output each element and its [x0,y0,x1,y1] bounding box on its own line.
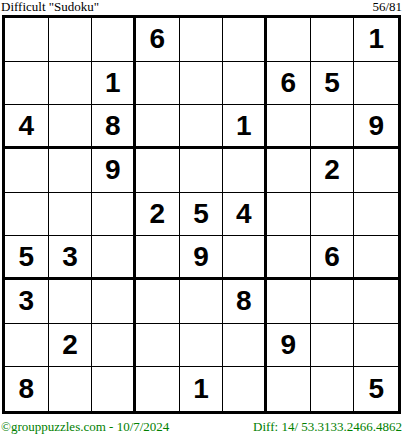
cell-r4c2[interactable] [49,149,93,193]
cell-r8c1[interactable] [5,324,49,368]
cell-r6c6[interactable] [223,236,267,280]
empty-cell-counter: 56/81 [372,0,402,14]
cell-r2c9[interactable] [354,62,398,106]
cell-r8c3[interactable] [92,324,136,368]
cell-r9c9[interactable]: 5 [354,367,398,411]
cell-r7c4[interactable] [136,280,180,324]
cell-r4c7[interactable] [267,149,311,193]
cell-r1c6[interactable] [223,18,267,62]
cell-r2c3[interactable]: 1 [92,62,136,106]
cell-r6c5[interactable]: 9 [180,236,224,280]
cell-r2c8[interactable]: 5 [311,62,355,106]
cell-r9c4[interactable] [136,367,180,411]
cell-r7c3[interactable] [92,280,136,324]
cell-r3c3[interactable]: 8 [92,105,136,149]
cell-r7c8[interactable] [311,280,355,324]
cell-r2c2[interactable] [49,62,93,106]
cell-r9c3[interactable] [92,367,136,411]
cell-r3c2[interactable] [49,105,93,149]
cell-r7c6[interactable]: 8 [223,280,267,324]
cell-r8c2[interactable]: 2 [49,324,93,368]
cell-r1c3[interactable] [92,18,136,62]
cell-r7c7[interactable] [267,280,311,324]
cell-r1c7[interactable] [267,18,311,62]
cell-r5c9[interactable] [354,193,398,237]
cell-r6c4[interactable] [136,236,180,280]
cell-r6c1[interactable]: 5 [5,236,49,280]
cell-r2c6[interactable] [223,62,267,106]
cell-r5c7[interactable] [267,193,311,237]
cell-r8c9[interactable] [354,324,398,368]
cell-r5c3[interactable] [92,193,136,237]
cell-r9c7[interactable] [267,367,311,411]
cell-r1c2[interactable] [49,18,93,62]
sudoku-page: Difficult "Sudoku" 56/81 611654819922545… [0,0,403,437]
cell-r4c9[interactable] [354,149,398,193]
cell-r6c8[interactable]: 6 [311,236,355,280]
cell-r6c7[interactable] [267,236,311,280]
cell-r4c1[interactable] [5,149,49,193]
cell-r3c6[interactable]: 1 [223,105,267,149]
cell-r5c6[interactable]: 4 [223,193,267,237]
cell-r2c5[interactable] [180,62,224,106]
cell-r1c8[interactable] [311,18,355,62]
cell-r3c7[interactable] [267,105,311,149]
cell-r3c1[interactable]: 4 [5,105,49,149]
cell-r5c8[interactable] [311,193,355,237]
cell-r8c7[interactable]: 9 [267,324,311,368]
cell-r3c5[interactable] [180,105,224,149]
cell-r3c4[interactable] [136,105,180,149]
difficulty-text: Diff: 14/ 53.3133.2466.4862 [253,419,402,434]
cell-r7c9[interactable] [354,280,398,324]
cell-r6c2[interactable]: 3 [49,236,93,280]
cell-r1c9[interactable]: 1 [354,18,398,62]
cell-r7c5[interactable] [180,280,224,324]
cell-r4c4[interactable] [136,149,180,193]
cell-r5c4[interactable]: 2 [136,193,180,237]
cell-r9c2[interactable] [49,367,93,411]
cell-r5c2[interactable] [49,193,93,237]
cell-r4c8[interactable]: 2 [311,149,355,193]
cell-r1c4[interactable]: 6 [136,18,180,62]
cell-r3c9[interactable]: 9 [354,105,398,149]
cell-r6c9[interactable] [354,236,398,280]
cell-r6c3[interactable] [92,236,136,280]
cell-r2c1[interactable] [5,62,49,106]
cell-r8c5[interactable] [180,324,224,368]
cell-r2c4[interactable] [136,62,180,106]
cell-r9c6[interactable] [223,367,267,411]
cell-r1c1[interactable] [5,18,49,62]
cell-r4c6[interactable] [223,149,267,193]
cell-r5c5[interactable]: 5 [180,193,224,237]
sudoku-board: 6116548199225453963829815 [2,15,401,414]
cell-r9c8[interactable] [311,367,355,411]
page-header: Difficult "Sudoku" 56/81 [0,0,403,15]
cell-r4c5[interactable] [180,149,224,193]
page-footer: ©grouppuzzles.com - 10/7/2024 Diff: 14/ … [0,419,403,434]
puzzle-title: Difficult "Sudoku" [1,0,99,14]
cell-r1c5[interactable] [180,18,224,62]
cell-r9c1[interactable]: 8 [5,367,49,411]
cell-r5c1[interactable] [5,193,49,237]
cell-r3c8[interactable] [311,105,355,149]
cell-r8c8[interactable] [311,324,355,368]
cell-r8c4[interactable] [136,324,180,368]
cell-r8c6[interactable] [223,324,267,368]
cell-r7c1[interactable]: 3 [5,280,49,324]
cell-r2c7[interactable]: 6 [267,62,311,106]
cell-r4c3[interactable]: 9 [92,149,136,193]
copyright-text: ©grouppuzzles.com - 10/7/2024 [1,419,169,434]
cell-r9c5[interactable]: 1 [180,367,224,411]
cell-r7c2[interactable] [49,280,93,324]
